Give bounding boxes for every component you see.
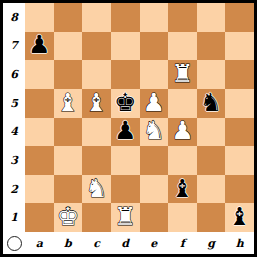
black-pawn[interactable]: ♟ — [28, 32, 50, 57]
white-king[interactable]: ♚ — [57, 204, 79, 229]
rank-label-2: 2 — [3, 175, 25, 204]
square-d3[interactable] — [111, 146, 140, 175]
file-label-a: a — [25, 232, 54, 254]
square-e3[interactable] — [140, 146, 169, 175]
square-d6[interactable] — [111, 60, 140, 89]
square-e5[interactable]: ♟ — [140, 89, 169, 118]
square-h6[interactable] — [225, 60, 254, 89]
square-a7[interactable]: ♟ — [25, 32, 54, 61]
square-c5[interactable]: ♝ — [82, 89, 111, 118]
file-label-d: d — [111, 232, 140, 254]
square-g1[interactable] — [197, 203, 226, 232]
square-g3[interactable] — [197, 146, 226, 175]
square-c6[interactable] — [82, 60, 111, 89]
chess-diagram: 87654321 ♟♜♝♝♚♟♞♟♞♟♞♝♚♜♝ abcdefgh — [0, 0, 257, 257]
square-h4[interactable] — [225, 118, 254, 147]
square-e1[interactable] — [140, 203, 169, 232]
square-a8[interactable] — [25, 3, 54, 32]
white-bishop[interactable]: ♝ — [57, 90, 79, 115]
white-to-move-indicator — [7, 236, 22, 251]
square-g2[interactable] — [197, 175, 226, 204]
white-pawn[interactable]: ♟ — [171, 118, 193, 143]
square-a2[interactable] — [25, 175, 54, 204]
square-c3[interactable] — [82, 146, 111, 175]
square-a3[interactable] — [25, 146, 54, 175]
square-b6[interactable] — [54, 60, 83, 89]
square-c4[interactable] — [82, 118, 111, 147]
rank-label-6: 6 — [3, 60, 25, 89]
black-pawn[interactable]: ♟ — [114, 118, 136, 143]
square-h5[interactable] — [225, 89, 254, 118]
square-b1[interactable]: ♚ — [54, 203, 83, 232]
square-f4[interactable]: ♟ — [168, 118, 197, 147]
square-g4[interactable] — [197, 118, 226, 147]
white-rook[interactable]: ♜ — [171, 61, 193, 86]
rank-label-4: 4 — [3, 118, 25, 147]
file-label-c: c — [82, 232, 111, 254]
square-d8[interactable] — [111, 3, 140, 32]
square-f5[interactable] — [168, 89, 197, 118]
black-bishop[interactable]: ♝ — [228, 204, 250, 229]
rank-label-1: 1 — [3, 203, 25, 232]
square-e7[interactable] — [140, 32, 169, 61]
file-label-b: b — [54, 232, 83, 254]
file-labels: abcdefgh — [25, 232, 254, 254]
square-c8[interactable] — [82, 3, 111, 32]
rank-label-3: 3 — [3, 146, 25, 175]
square-b7[interactable] — [54, 32, 83, 61]
square-e6[interactable] — [140, 60, 169, 89]
square-h3[interactable] — [225, 146, 254, 175]
file-label-f: f — [168, 232, 197, 254]
square-f2[interactable]: ♝ — [168, 175, 197, 204]
square-h8[interactable] — [225, 3, 254, 32]
square-g7[interactable] — [197, 32, 226, 61]
square-a6[interactable] — [25, 60, 54, 89]
square-g6[interactable] — [197, 60, 226, 89]
square-c7[interactable] — [82, 32, 111, 61]
square-b8[interactable] — [54, 3, 83, 32]
square-g8[interactable] — [197, 3, 226, 32]
chess-board: ♟♜♝♝♚♟♞♟♞♟♞♝♚♜♝ — [25, 3, 254, 232]
square-e2[interactable] — [140, 175, 169, 204]
white-bishop[interactable]: ♝ — [85, 90, 107, 115]
square-f6[interactable]: ♜ — [168, 60, 197, 89]
square-d2[interactable] — [111, 175, 140, 204]
rank-labels: 87654321 — [3, 3, 25, 232]
square-h7[interactable] — [225, 32, 254, 61]
square-f3[interactable] — [168, 146, 197, 175]
white-knight[interactable]: ♞ — [85, 176, 107, 201]
file-label-h: h — [225, 232, 254, 254]
square-a5[interactable] — [25, 89, 54, 118]
square-b5[interactable]: ♝ — [54, 89, 83, 118]
side-to-move-corner — [3, 232, 25, 254]
square-d1[interactable]: ♜ — [111, 203, 140, 232]
square-c1[interactable] — [82, 203, 111, 232]
white-pawn[interactable]: ♟ — [143, 90, 165, 115]
square-b2[interactable] — [54, 175, 83, 204]
rank-label-8: 8 — [3, 3, 25, 32]
square-c2[interactable]: ♞ — [82, 175, 111, 204]
file-label-e: e — [140, 232, 169, 254]
square-d5[interactable]: ♚ — [111, 89, 140, 118]
square-a1[interactable] — [25, 203, 54, 232]
white-rook[interactable]: ♜ — [114, 204, 136, 229]
square-f7[interactable] — [168, 32, 197, 61]
square-h1[interactable]: ♝ — [225, 203, 254, 232]
black-king[interactable]: ♚ — [114, 90, 136, 115]
square-d7[interactable] — [111, 32, 140, 61]
square-e4[interactable]: ♞ — [140, 118, 169, 147]
rank-label-7: 7 — [3, 32, 25, 61]
black-bishop[interactable]: ♝ — [171, 176, 193, 201]
square-e8[interactable] — [140, 3, 169, 32]
square-f1[interactable] — [168, 203, 197, 232]
square-h2[interactable] — [225, 175, 254, 204]
rank-label-5: 5 — [3, 89, 25, 118]
white-knight[interactable]: ♞ — [143, 118, 165, 143]
square-d4[interactable]: ♟ — [111, 118, 140, 147]
square-b3[interactable] — [54, 146, 83, 175]
file-label-g: g — [197, 232, 226, 254]
square-f8[interactable] — [168, 3, 197, 32]
square-a4[interactable] — [25, 118, 54, 147]
square-b4[interactable] — [54, 118, 83, 147]
square-g5[interactable]: ♞ — [197, 89, 226, 118]
black-knight[interactable]: ♞ — [200, 90, 222, 115]
